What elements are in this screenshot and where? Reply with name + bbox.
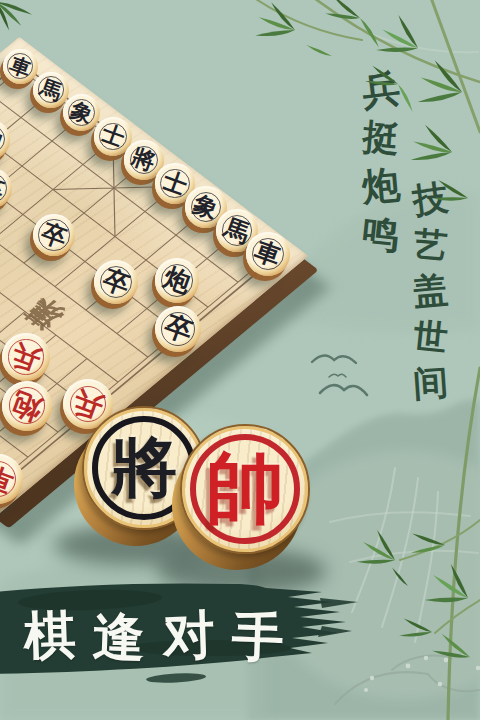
splash-screen: 漢界 楚河 車馬象士將士象馬車炮炮卒卒卒卒兵兵炮車 兵挺炮鸣 技艺盖世间 將 帥… [0, 0, 480, 720]
banner-char: 棋 [23, 600, 77, 672]
banner-char: 逢 [92, 602, 146, 674]
banner-char: 手 [231, 602, 285, 674]
banner-title: 棋逢对手 [24, 601, 284, 671]
banner-char: 对 [161, 600, 215, 672]
